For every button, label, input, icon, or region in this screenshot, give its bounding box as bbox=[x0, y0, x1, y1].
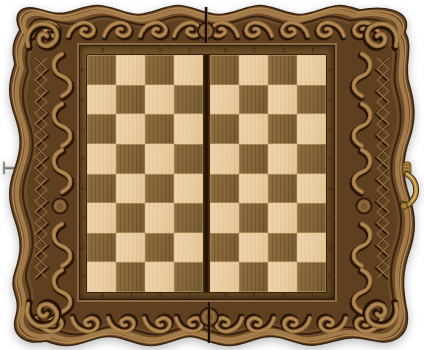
coord-gap bbox=[204, 46, 211, 55]
coord-bottom-2: 2 bbox=[269, 292, 298, 299]
coord-right-e: e bbox=[315, 184, 345, 192]
square-e3[interactable] bbox=[239, 174, 268, 204]
coord-bottom-3: 3 bbox=[240, 292, 269, 299]
coord-right-a: a bbox=[315, 66, 345, 74]
square-a7[interactable] bbox=[116, 55, 145, 85]
square-c2[interactable] bbox=[268, 114, 297, 144]
square-e6[interactable] bbox=[145, 174, 174, 204]
square-a8[interactable] bbox=[87, 55, 116, 85]
coord-top-8: 8 bbox=[88, 46, 117, 55]
square-h5[interactable] bbox=[174, 262, 203, 292]
square-e4[interactable] bbox=[210, 174, 239, 204]
square-b5[interactable] bbox=[174, 85, 203, 115]
square-a5[interactable] bbox=[174, 55, 203, 85]
coord-bottom-5: 5 bbox=[175, 292, 204, 299]
square-b8[interactable] bbox=[87, 85, 116, 115]
square-f8[interactable] bbox=[87, 203, 116, 233]
photo-canvas: 87654321 abcdefgh abcdefgh 87654321 bbox=[0, 0, 424, 350]
coordinates-top: 87654321 bbox=[88, 46, 334, 55]
square-f7[interactable] bbox=[116, 203, 145, 233]
square-b7[interactable] bbox=[116, 85, 145, 115]
square-d5[interactable] bbox=[174, 144, 203, 174]
square-e7[interactable] bbox=[116, 174, 145, 204]
square-h6[interactable] bbox=[145, 262, 174, 292]
hinge-pin bbox=[4, 163, 13, 174]
square-f6[interactable] bbox=[145, 203, 174, 233]
coord-bottom-4: 4 bbox=[211, 292, 240, 299]
coord-right-g: g bbox=[315, 244, 345, 252]
square-h3[interactable] bbox=[239, 262, 268, 292]
square-d3[interactable] bbox=[239, 144, 268, 174]
square-c7[interactable] bbox=[116, 114, 145, 144]
square-f5[interactable] bbox=[174, 203, 203, 233]
coord-bottom-8: 8 bbox=[88, 292, 117, 299]
coord-right-f: f bbox=[315, 214, 345, 222]
square-g6[interactable] bbox=[145, 233, 174, 263]
square-e5[interactable] bbox=[174, 174, 203, 204]
square-c4[interactable] bbox=[210, 114, 239, 144]
square-a2[interactable] bbox=[268, 55, 297, 85]
square-b3[interactable] bbox=[239, 85, 268, 115]
square-g7[interactable] bbox=[116, 233, 145, 263]
square-b2[interactable] bbox=[268, 85, 297, 115]
square-g3[interactable] bbox=[239, 233, 268, 263]
coord-top-5: 5 bbox=[175, 46, 204, 55]
square-d6[interactable] bbox=[145, 144, 174, 174]
coordinates-right: abcdefgh bbox=[326, 55, 334, 292]
square-g8[interactable] bbox=[87, 233, 116, 263]
coord-right-b: b bbox=[315, 95, 345, 103]
square-f2[interactable] bbox=[268, 203, 297, 233]
coord-right-h: h bbox=[315, 273, 345, 281]
square-h7[interactable] bbox=[116, 262, 145, 292]
coord-top-2: 2 bbox=[269, 46, 298, 55]
square-d8[interactable] bbox=[87, 144, 116, 174]
board-fold-seam bbox=[203, 55, 210, 292]
coord-bottom-1: 1 bbox=[298, 292, 327, 299]
square-a4[interactable] bbox=[210, 55, 239, 85]
coord-top-3: 3 bbox=[240, 46, 269, 55]
coord-bottom-7: 7 bbox=[117, 292, 146, 299]
chess-board bbox=[87, 55, 326, 292]
square-c5[interactable] bbox=[174, 114, 203, 144]
coordinates-bottom: 87654321 bbox=[88, 292, 334, 299]
coordinates-left: abcdefgh bbox=[80, 55, 87, 292]
square-a6[interactable] bbox=[145, 55, 174, 85]
square-a3[interactable] bbox=[239, 55, 268, 85]
coord-bottom-6: 6 bbox=[146, 292, 175, 299]
square-g4[interactable] bbox=[210, 233, 239, 263]
square-e8[interactable] bbox=[87, 174, 116, 204]
coord-top-1: 1 bbox=[298, 46, 327, 55]
square-b6[interactable] bbox=[145, 85, 174, 115]
square-h2[interactable] bbox=[268, 262, 297, 292]
square-f4[interactable] bbox=[210, 203, 239, 233]
square-c3[interactable] bbox=[239, 114, 268, 144]
coord-top-7: 7 bbox=[117, 46, 146, 55]
square-g5[interactable] bbox=[174, 233, 203, 263]
square-e2[interactable] bbox=[268, 174, 297, 204]
coord-gap bbox=[204, 292, 211, 299]
square-f3[interactable] bbox=[239, 203, 268, 233]
chess-field: 87654321 abcdefgh abcdefgh 87654321 bbox=[79, 45, 335, 300]
square-d4[interactable] bbox=[210, 144, 239, 174]
square-d2[interactable] bbox=[268, 144, 297, 174]
coord-right-d: d bbox=[315, 155, 345, 163]
square-b4[interactable] bbox=[210, 85, 239, 115]
square-c8[interactable] bbox=[87, 114, 116, 144]
square-d7[interactable] bbox=[116, 144, 145, 174]
coord-top-6: 6 bbox=[146, 46, 175, 55]
square-h8[interactable] bbox=[87, 262, 116, 292]
square-c6[interactable] bbox=[145, 114, 174, 144]
coord-right-c: c bbox=[315, 125, 345, 133]
coord-top-4: 4 bbox=[211, 46, 240, 55]
square-h4[interactable] bbox=[210, 262, 239, 292]
square-g2[interactable] bbox=[268, 233, 297, 263]
